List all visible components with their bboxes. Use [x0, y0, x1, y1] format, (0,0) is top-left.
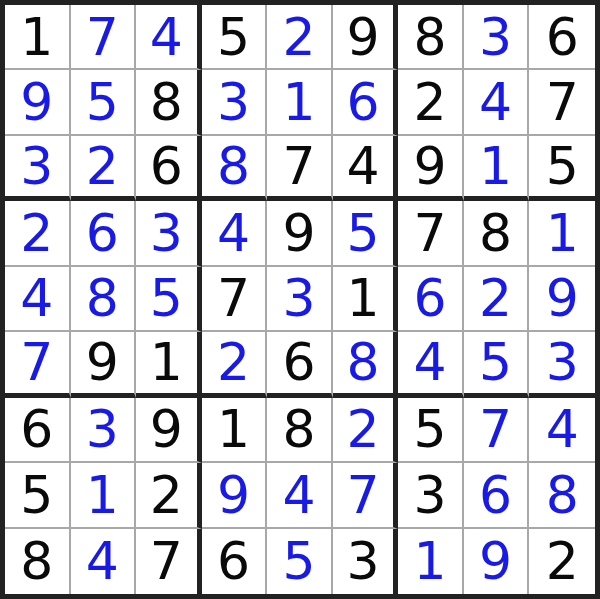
cell-r5c9[interactable]: 9	[529, 267, 595, 332]
cell-r6c8[interactable]: 5	[464, 332, 530, 397]
cell-r6c7[interactable]: 4	[398, 332, 464, 397]
cell-r9c1[interactable]: 8	[5, 529, 71, 594]
cell-r4c7[interactable]: 7	[398, 201, 464, 266]
cell-r6c9[interactable]: 3	[529, 332, 595, 397]
cell-r9c3[interactable]: 7	[136, 529, 202, 594]
cell-r2c7[interactable]: 2	[398, 70, 464, 135]
cell-r5c7[interactable]: 6	[398, 267, 464, 332]
cell-r5c3[interactable]: 5	[136, 267, 202, 332]
cell-r6c6[interactable]: 8	[333, 332, 399, 397]
cell-r4c9[interactable]: 1	[529, 201, 595, 266]
cell-r3c3[interactable]: 6	[136, 136, 202, 201]
cell-r3c6[interactable]: 4	[333, 136, 399, 201]
cell-r1c9[interactable]: 6	[529, 5, 595, 70]
cell-r8c7[interactable]: 3	[398, 463, 464, 528]
cell-r2c5[interactable]: 1	[267, 70, 333, 135]
cell-r7c9[interactable]: 4	[529, 398, 595, 463]
cell-r7c5[interactable]: 8	[267, 398, 333, 463]
cell-r8c4[interactable]: 9	[202, 463, 268, 528]
cell-r2c9[interactable]: 7	[529, 70, 595, 135]
cell-r1c6[interactable]: 9	[333, 5, 399, 70]
cell-r4c8[interactable]: 8	[464, 201, 530, 266]
cell-r7c6[interactable]: 2	[333, 398, 399, 463]
cell-r3c7[interactable]: 9	[398, 136, 464, 201]
cell-r3c4[interactable]: 8	[202, 136, 268, 201]
cell-r6c5[interactable]: 6	[267, 332, 333, 397]
cell-r2c2[interactable]: 5	[71, 70, 137, 135]
cell-r2c6[interactable]: 6	[333, 70, 399, 135]
cell-r7c7[interactable]: 5	[398, 398, 464, 463]
cell-r9c4[interactable]: 6	[202, 529, 268, 594]
cell-r1c4[interactable]: 5	[202, 5, 268, 70]
cell-r2c3[interactable]: 8	[136, 70, 202, 135]
sudoku-grid: 1745298369583162473268749152634957814857…	[5, 5, 595, 594]
cell-r4c4[interactable]: 4	[202, 201, 268, 266]
cell-r9c9[interactable]: 2	[529, 529, 595, 594]
cell-r1c5[interactable]: 2	[267, 5, 333, 70]
cell-r3c9[interactable]: 5	[529, 136, 595, 201]
cell-r1c7[interactable]: 8	[398, 5, 464, 70]
cell-r7c1[interactable]: 6	[5, 398, 71, 463]
cell-r8c3[interactable]: 2	[136, 463, 202, 528]
cell-r8c8[interactable]: 6	[464, 463, 530, 528]
cell-r1c1[interactable]: 1	[5, 5, 71, 70]
cell-r3c8[interactable]: 1	[464, 136, 530, 201]
cell-r4c6[interactable]: 5	[333, 201, 399, 266]
cell-r2c8[interactable]: 4	[464, 70, 530, 135]
cell-r8c2[interactable]: 1	[71, 463, 137, 528]
cell-r3c2[interactable]: 2	[71, 136, 137, 201]
cell-r8c1[interactable]: 5	[5, 463, 71, 528]
cell-r7c4[interactable]: 1	[202, 398, 268, 463]
cell-r9c5[interactable]: 5	[267, 529, 333, 594]
cell-r3c5[interactable]: 7	[267, 136, 333, 201]
cell-r2c4[interactable]: 3	[202, 70, 268, 135]
cell-r2c1[interactable]: 9	[5, 70, 71, 135]
cell-r4c2[interactable]: 6	[71, 201, 137, 266]
sudoku-board: 1745298369583162473268749152634957814857…	[0, 0, 600, 599]
cell-r9c6[interactable]: 3	[333, 529, 399, 594]
cell-r7c2[interactable]: 3	[71, 398, 137, 463]
cell-r9c7[interactable]: 1	[398, 529, 464, 594]
cell-r1c8[interactable]: 3	[464, 5, 530, 70]
cell-r9c8[interactable]: 9	[464, 529, 530, 594]
cell-r3c1[interactable]: 3	[5, 136, 71, 201]
cell-r6c2[interactable]: 9	[71, 332, 137, 397]
cell-r6c4[interactable]: 2	[202, 332, 268, 397]
cell-r7c3[interactable]: 9	[136, 398, 202, 463]
cell-r5c1[interactable]: 4	[5, 267, 71, 332]
cell-r5c8[interactable]: 2	[464, 267, 530, 332]
cell-r4c5[interactable]: 9	[267, 201, 333, 266]
cell-r6c3[interactable]: 1	[136, 332, 202, 397]
cell-r5c6[interactable]: 1	[333, 267, 399, 332]
cell-r8c5[interactable]: 4	[267, 463, 333, 528]
cell-r5c2[interactable]: 8	[71, 267, 137, 332]
cell-r5c4[interactable]: 7	[202, 267, 268, 332]
cell-r1c3[interactable]: 4	[136, 5, 202, 70]
cell-r1c2[interactable]: 7	[71, 5, 137, 70]
cell-r8c6[interactable]: 7	[333, 463, 399, 528]
cell-r8c9[interactable]: 8	[529, 463, 595, 528]
cell-r6c1[interactable]: 7	[5, 332, 71, 397]
cell-r9c2[interactable]: 4	[71, 529, 137, 594]
cell-r5c5[interactable]: 3	[267, 267, 333, 332]
cell-r4c3[interactable]: 3	[136, 201, 202, 266]
cell-r4c1[interactable]: 2	[5, 201, 71, 266]
cell-r7c8[interactable]: 7	[464, 398, 530, 463]
